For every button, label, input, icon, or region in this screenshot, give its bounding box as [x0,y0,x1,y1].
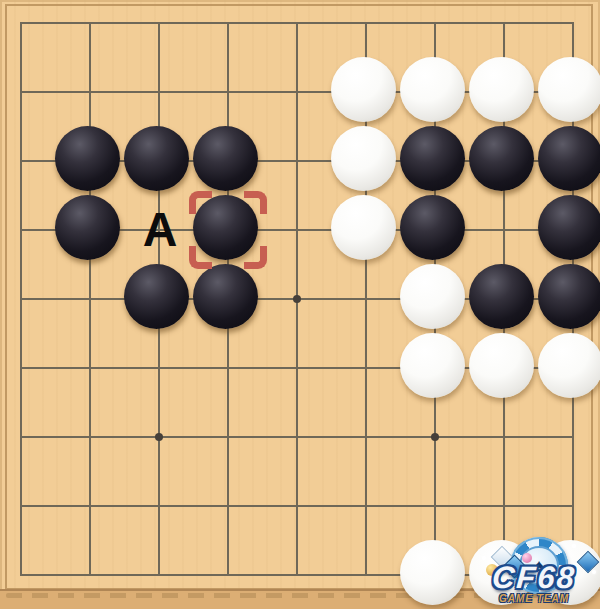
point-label-a: A [129,200,189,260]
white-stone [400,540,465,605]
watermark-subtitle: GAME TEAM [468,593,600,604]
white-stone [331,195,396,260]
black-stone [193,264,258,329]
black-stone [400,195,465,260]
white-stone [469,333,534,398]
black-stone [193,126,258,191]
white-stone [400,333,465,398]
black-stone [124,264,189,329]
cf68-watermark: ♠ CF68 GAME TEAM [468,536,600,609]
sparkle-icon [572,544,576,548]
black-stone [124,126,189,191]
go-board-screenshot: A ♠ CF68 GAME TEAM [0,0,600,609]
white-stone [469,57,534,122]
black-stone [55,126,120,191]
black-stone [400,126,465,191]
black-stone [193,195,258,260]
black-stone [538,264,600,329]
grid-line-horizontal [20,436,574,438]
black-stone [538,195,600,260]
white-stone [538,57,600,122]
black-stone [469,126,534,191]
white-stone [400,57,465,122]
white-stone [400,264,465,329]
star-point [155,433,163,441]
go-board[interactable]: A [0,0,600,609]
black-stone [469,264,534,329]
grid-line-horizontal [20,505,574,507]
black-stone [55,195,120,260]
white-stone [331,126,396,191]
star-point [431,433,439,441]
black-stone [538,126,600,191]
white-stone [538,333,600,398]
watermark-title: CF68 [467,560,600,596]
star-point [293,295,301,303]
white-stone [331,57,396,122]
